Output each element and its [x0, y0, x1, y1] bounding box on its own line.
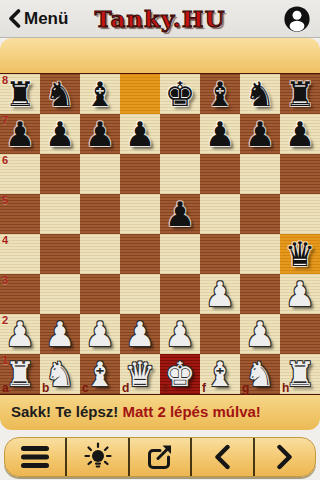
share-button[interactable] [130, 438, 190, 476]
square-b5[interactable] [40, 194, 80, 234]
square-a6[interactable]: 6 [0, 154, 40, 194]
white-pawn-f3: ♟ [200, 274, 240, 314]
white-pawn-d2: ♟ [120, 314, 160, 354]
square-b3[interactable] [40, 274, 80, 314]
white-king-e1: ♚ [160, 354, 200, 394]
square-h5[interactable] [280, 194, 320, 234]
square-a5[interactable]: 5 [0, 194, 40, 234]
square-a3[interactable]: 3 [0, 274, 40, 314]
file-label-d: d [122, 381, 129, 395]
black-rook-a8: ♜ [0, 74, 40, 114]
square-b1[interactable]: b♞ [40, 354, 80, 394]
square-f7[interactable]: ♟ [200, 114, 240, 154]
file-label-b: b [42, 381, 49, 395]
black-bishop-c8: ♝ [80, 74, 120, 114]
square-g5[interactable] [240, 194, 280, 234]
square-g3[interactable] [240, 274, 280, 314]
square-g1[interactable]: g♞ [240, 354, 280, 394]
square-d1[interactable]: d♛ [120, 354, 160, 394]
square-e5[interactable]: ♟ [160, 194, 200, 234]
file-label-a: a [2, 381, 9, 395]
status-check-text: Sakk! Te lépsz! [11, 403, 122, 420]
rank-label-8: 8 [2, 74, 8, 86]
black-king-e8: ♚ [160, 74, 200, 114]
square-g6[interactable] [240, 154, 280, 194]
square-h2[interactable] [280, 314, 320, 354]
white-rook-h1: ♜ [280, 354, 320, 394]
square-e8[interactable]: ♚ [160, 74, 200, 114]
square-f3[interactable]: ♟ [200, 274, 240, 314]
menu-button[interactable] [5, 438, 65, 476]
square-b4[interactable] [40, 234, 80, 274]
square-a7[interactable]: 7♟ [0, 114, 40, 154]
square-c6[interactable] [80, 154, 120, 194]
square-d5[interactable] [120, 194, 160, 234]
white-pawn-h3: ♟ [280, 274, 320, 314]
rank-label-5: 5 [2, 194, 8, 206]
share-icon [145, 442, 175, 472]
file-label-e: e [162, 381, 169, 395]
square-h3[interactable]: ♟ [280, 274, 320, 314]
square-e7[interactable] [160, 114, 200, 154]
status-bar: Sakk! Te lépsz! Matt 2 lépés múlva! [0, 395, 320, 430]
rank-label-7: 7 [2, 114, 8, 126]
back-chevron-icon [8, 9, 21, 28]
square-d3[interactable] [120, 274, 160, 314]
white-knight-g1: ♞ [240, 354, 280, 394]
rank-label-4: 4 [2, 234, 8, 246]
back-label: Menü [24, 9, 68, 29]
square-e1[interactable]: e♚ [160, 354, 200, 394]
white-pawn-c2: ♟ [80, 314, 120, 354]
white-pawn-a2: ♟ [0, 314, 40, 354]
rank-label-3: 3 [2, 274, 8, 286]
square-a2[interactable]: 2♟ [0, 314, 40, 354]
hamburger-icon [19, 444, 51, 470]
black-pawn-c7: ♟ [80, 114, 120, 154]
square-f2[interactable] [200, 314, 240, 354]
square-a4[interactable]: 4 [0, 234, 40, 274]
white-pawn-g2: ♟ [240, 314, 280, 354]
square-a8[interactable]: 8♜ [0, 74, 40, 114]
black-pawn-d7: ♟ [120, 114, 160, 154]
square-d6[interactable] [120, 154, 160, 194]
file-label-f: f [202, 381, 206, 395]
rank-label-1: 1 [2, 354, 8, 366]
chess-board: 8♜♞♝♚♝♞♜7♟♟♟♟♟♟♟65♟4♛3♟♟2♟♟♟♟♟♟1a♜b♞c♝d♛… [0, 73, 320, 395]
black-pawn-g7: ♟ [240, 114, 280, 154]
square-b2[interactable]: ♟ [40, 314, 80, 354]
board-panel-top [0, 38, 320, 73]
chevron-left-icon [213, 444, 231, 470]
next-move-button[interactable] [255, 438, 315, 476]
black-queen-h4: ♛ [280, 234, 320, 274]
profile-icon[interactable] [283, 5, 311, 33]
rank-label-2: 2 [2, 314, 8, 326]
square-d2[interactable]: ♟ [120, 314, 160, 354]
white-bishop-c1: ♝ [80, 354, 120, 394]
black-pawn-h7: ♟ [280, 114, 320, 154]
white-pawn-e2: ♟ [160, 314, 200, 354]
menu-back-button[interactable]: Menü [0, 9, 68, 29]
square-h1[interactable]: h♜ [280, 354, 320, 394]
square-g7[interactable]: ♟ [240, 114, 280, 154]
black-pawn-f7: ♟ [200, 114, 240, 154]
square-b8[interactable]: ♞ [40, 74, 80, 114]
square-h6[interactable] [280, 154, 320, 194]
hint-button[interactable] [67, 438, 127, 476]
white-bishop-f1: ♝ [200, 354, 240, 394]
top-bar: Menü Tanky.HU [0, 0, 320, 38]
white-pawn-b2: ♟ [40, 314, 80, 354]
bottom-toolbar [4, 437, 316, 477]
square-f8[interactable]: ♝ [200, 74, 240, 114]
square-d7[interactable]: ♟ [120, 114, 160, 154]
black-bishop-f8: ♝ [200, 74, 240, 114]
square-f6[interactable] [200, 154, 240, 194]
chevron-right-icon [276, 444, 294, 470]
file-label-g: g [242, 381, 249, 395]
rank-label-6: 6 [2, 154, 8, 166]
square-d8[interactable] [120, 74, 160, 114]
square-c4[interactable] [80, 234, 120, 274]
square-h7[interactable]: ♟ [280, 114, 320, 154]
file-label-h: h [282, 381, 289, 395]
black-rook-h8: ♜ [280, 74, 320, 114]
white-knight-b1: ♞ [40, 354, 80, 394]
square-c7[interactable]: ♟ [80, 114, 120, 154]
black-pawn-e5: ♟ [160, 194, 200, 234]
square-e2[interactable]: ♟ [160, 314, 200, 354]
square-c1[interactable]: c♝ [80, 354, 120, 394]
square-c3[interactable] [80, 274, 120, 314]
square-g4[interactable] [240, 234, 280, 274]
square-b7[interactable]: ♟ [40, 114, 80, 154]
square-g8[interactable]: ♞ [240, 74, 280, 114]
square-e3[interactable] [160, 274, 200, 314]
black-pawn-b7: ♟ [40, 114, 80, 154]
square-a1[interactable]: 1a♜ [0, 354, 40, 394]
previous-move-button[interactable] [192, 438, 252, 476]
square-h4[interactable]: ♛ [280, 234, 320, 274]
black-pawn-a7: ♟ [0, 114, 40, 154]
file-label-c: c [82, 381, 89, 395]
square-c2[interactable]: ♟ [80, 314, 120, 354]
square-f1[interactable]: f♝ [200, 354, 240, 394]
square-e4[interactable] [160, 234, 200, 274]
square-f4[interactable] [200, 234, 240, 274]
square-c8[interactable]: ♝ [80, 74, 120, 114]
square-g2[interactable]: ♟ [240, 314, 280, 354]
white-queen-d1: ♛ [120, 354, 160, 394]
black-knight-g8: ♞ [240, 74, 280, 114]
white-rook-a1: ♜ [0, 354, 40, 394]
lightbulb-icon [83, 442, 113, 472]
square-f5[interactable] [200, 194, 240, 234]
square-d4[interactable] [120, 234, 160, 274]
black-knight-b8: ♞ [40, 74, 80, 114]
square-b6[interactable] [40, 154, 80, 194]
status-mate-text: Matt 2 lépés múlva! [122, 403, 260, 420]
square-h8[interactable]: ♜ [280, 74, 320, 114]
square-e6[interactable] [160, 154, 200, 194]
square-c5[interactable] [80, 194, 120, 234]
